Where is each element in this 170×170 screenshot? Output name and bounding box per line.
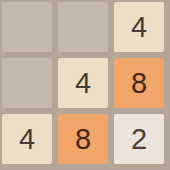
cell-r2c3-tile-8: 8 bbox=[114, 58, 164, 108]
cell-r2c2-tile-4: 4 bbox=[58, 58, 108, 108]
cell-r3c2-tile-8: 8 bbox=[58, 114, 108, 164]
cell-r3c1-tile-4: 4 bbox=[2, 114, 52, 164]
cell-r2c1 bbox=[2, 58, 52, 108]
board-2048[interactable]: 4 4 8 4 8 2 bbox=[0, 0, 170, 170]
cell-r1c3-tile-4: 4 bbox=[114, 2, 164, 52]
cell-r3c3-tile-2: 2 bbox=[114, 114, 164, 164]
cell-r1c1 bbox=[2, 2, 52, 52]
cell-r1c2 bbox=[58, 2, 108, 52]
